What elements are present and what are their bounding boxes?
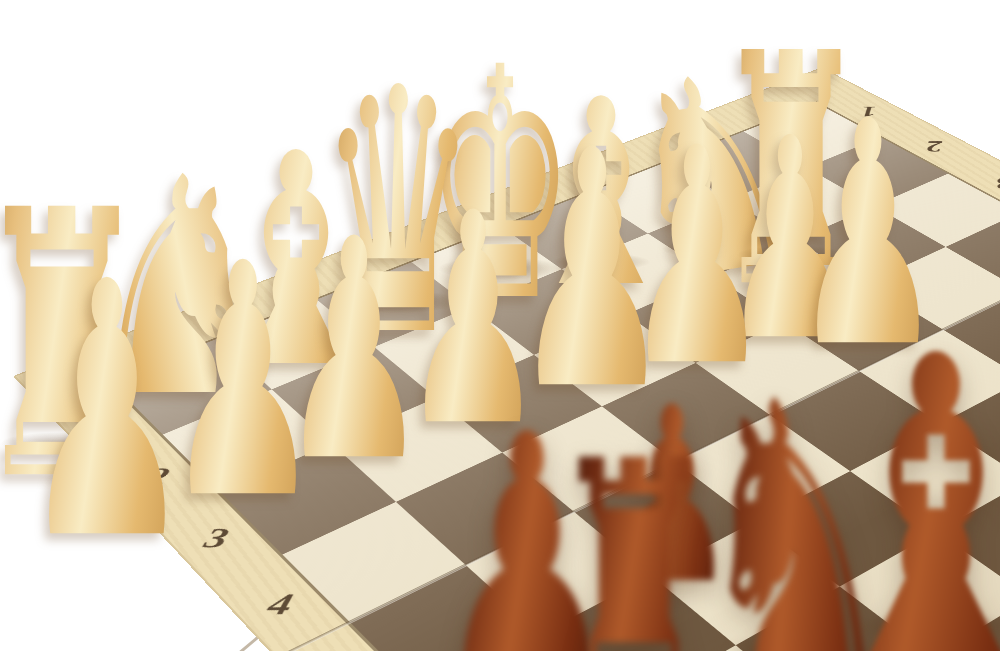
rook-glyph: ♜ [546, 420, 722, 651]
pawn-glyph: ♟ [20, 237, 193, 588]
chess-set-photo: 12345678 12345678 ♜♞♝♛♚♝♞♜♟♟♟♟♟♟♟♟♟♟♜♞♝ [0, 0, 1000, 651]
pieces-layer: ♜♞♝♛♚♝♞♜♟♟♟♟♟♟♟♟♟♟♜♞♝ [0, 0, 1000, 651]
